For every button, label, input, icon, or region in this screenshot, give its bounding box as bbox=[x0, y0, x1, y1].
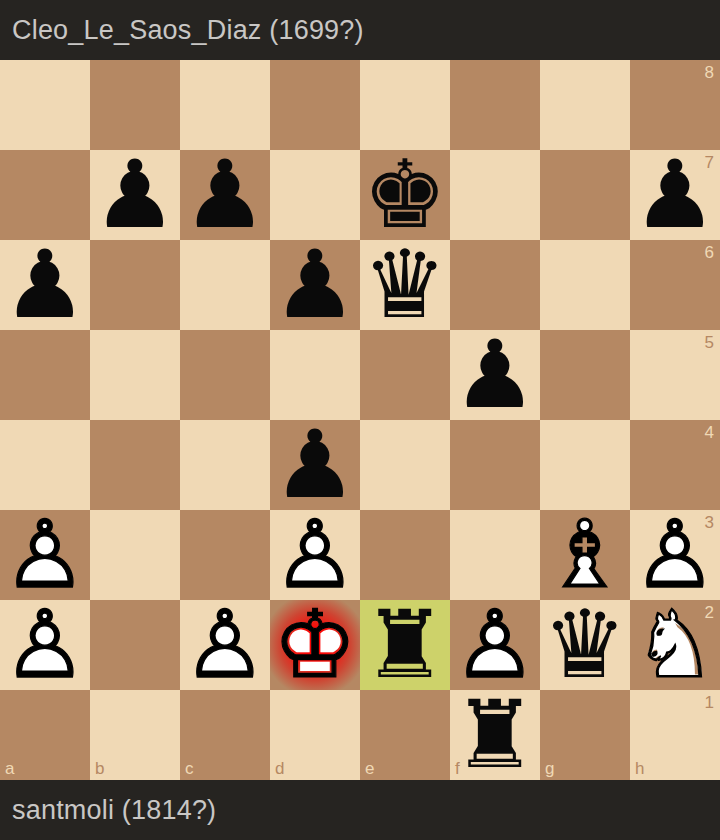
black-rook[interactable]: ♜ bbox=[450, 690, 540, 780]
white-piece-outline: ♔ bbox=[270, 600, 360, 690]
black-piece-glyph: ♟ bbox=[270, 420, 360, 510]
black-piece-glyph: ♛ bbox=[360, 240, 450, 330]
square-f7[interactable] bbox=[450, 150, 540, 240]
rank-label-6: 6 bbox=[705, 244, 714, 261]
black-rook[interactable]: ♜ bbox=[360, 600, 450, 690]
white-piece-fill: ♝ bbox=[540, 510, 630, 600]
square-h6[interactable]: 6 bbox=[630, 240, 720, 330]
top-player-bar: Cleo_Le_Saos_Diaz (1699?) bbox=[0, 0, 720, 60]
square-c5[interactable] bbox=[180, 330, 270, 420]
black-piece-glyph: ♟ bbox=[450, 330, 540, 420]
file-label-e: e bbox=[365, 760, 374, 777]
square-h2[interactable]: 2♞♘ bbox=[630, 600, 720, 690]
white-pawn[interactable]: ♟♙ bbox=[630, 510, 720, 600]
square-g5[interactable] bbox=[540, 330, 630, 420]
square-d1[interactable]: d bbox=[270, 690, 360, 780]
square-a3[interactable]: ♟♙ bbox=[0, 510, 90, 600]
square-d6[interactable]: ♟ bbox=[270, 240, 360, 330]
file-label-g: g bbox=[545, 760, 554, 777]
square-h4[interactable]: 4 bbox=[630, 420, 720, 510]
square-g7[interactable] bbox=[540, 150, 630, 240]
square-e7[interactable]: ♚ bbox=[360, 150, 450, 240]
file-label-b: b bbox=[95, 760, 104, 777]
white-pawn[interactable]: ♟♙ bbox=[0, 600, 90, 690]
square-b7[interactable]: ♟ bbox=[90, 150, 180, 240]
black-pawn[interactable]: ♟ bbox=[90, 150, 180, 240]
black-piece-glyph: ♟ bbox=[630, 150, 720, 240]
white-piece-fill: ♟ bbox=[0, 510, 90, 600]
black-queen[interactable]: ♛ bbox=[540, 600, 630, 690]
black-king[interactable]: ♚ bbox=[360, 150, 450, 240]
white-piece-outline: ♙ bbox=[180, 600, 270, 690]
square-h3[interactable]: 3♟♙ bbox=[630, 510, 720, 600]
white-piece-fill: ♚ bbox=[270, 600, 360, 690]
top-player-name: Cleo_Le_Saos_Diaz (1699?) bbox=[12, 15, 364, 46]
white-piece-outline: ♗ bbox=[540, 510, 630, 600]
black-queen[interactable]: ♛ bbox=[360, 240, 450, 330]
square-g2[interactable]: ♛ bbox=[540, 600, 630, 690]
square-f8[interactable] bbox=[450, 60, 540, 150]
square-c7[interactable]: ♟ bbox=[180, 150, 270, 240]
square-g3[interactable]: ♝♗ bbox=[540, 510, 630, 600]
file-label-h: h bbox=[635, 760, 644, 777]
square-h8[interactable]: 8 bbox=[630, 60, 720, 150]
square-d2[interactable]: ♚♔ bbox=[270, 600, 360, 690]
square-a6[interactable]: ♟ bbox=[0, 240, 90, 330]
black-piece-glyph: ♟ bbox=[0, 240, 90, 330]
square-f1[interactable]: f♜ bbox=[450, 690, 540, 780]
white-king[interactable]: ♚♔ bbox=[270, 600, 360, 690]
white-piece-fill: ♟ bbox=[270, 510, 360, 600]
square-e1[interactable]: e bbox=[360, 690, 450, 780]
square-c4[interactable] bbox=[180, 420, 270, 510]
square-d7[interactable] bbox=[270, 150, 360, 240]
square-a7[interactable] bbox=[0, 150, 90, 240]
square-a1[interactable]: a bbox=[0, 690, 90, 780]
square-g1[interactable]: g bbox=[540, 690, 630, 780]
square-a8[interactable] bbox=[0, 60, 90, 150]
black-piece-glyph: ♜ bbox=[360, 600, 450, 690]
black-piece-glyph: ♚ bbox=[360, 150, 450, 240]
square-h1[interactable]: h1 bbox=[630, 690, 720, 780]
black-pawn[interactable]: ♟ bbox=[630, 150, 720, 240]
square-g8[interactable] bbox=[540, 60, 630, 150]
white-knight[interactable]: ♞♘ bbox=[630, 600, 720, 690]
black-pawn[interactable]: ♟ bbox=[450, 330, 540, 420]
file-label-d: d bbox=[275, 760, 284, 777]
bottom-player-name: santmoli (1814?) bbox=[12, 795, 216, 826]
square-d4[interactable]: ♟ bbox=[270, 420, 360, 510]
square-b6[interactable] bbox=[90, 240, 180, 330]
square-g4[interactable] bbox=[540, 420, 630, 510]
square-a5[interactable] bbox=[0, 330, 90, 420]
white-piece-fill: ♟ bbox=[180, 600, 270, 690]
square-b4[interactable] bbox=[90, 420, 180, 510]
rank-label-5: 5 bbox=[705, 334, 714, 351]
white-piece-outline: ♙ bbox=[630, 510, 720, 600]
white-piece-outline: ♙ bbox=[450, 600, 540, 690]
square-e2[interactable]: ♜ bbox=[360, 600, 450, 690]
white-pawn[interactable]: ♟♙ bbox=[450, 600, 540, 690]
square-d8[interactable] bbox=[270, 60, 360, 150]
square-a4[interactable] bbox=[0, 420, 90, 510]
square-c2[interactable]: ♟♙ bbox=[180, 600, 270, 690]
square-c8[interactable] bbox=[180, 60, 270, 150]
square-c3[interactable] bbox=[180, 510, 270, 600]
white-piece-fill: ♟ bbox=[630, 510, 720, 600]
square-b8[interactable] bbox=[90, 60, 180, 150]
square-c6[interactable] bbox=[180, 240, 270, 330]
square-e6[interactable]: ♛ bbox=[360, 240, 450, 330]
square-e8[interactable] bbox=[360, 60, 450, 150]
square-d3[interactable]: ♟♙ bbox=[270, 510, 360, 600]
white-pawn[interactable]: ♟♙ bbox=[270, 510, 360, 600]
white-piece-fill: ♟ bbox=[450, 600, 540, 690]
square-g6[interactable] bbox=[540, 240, 630, 330]
rank-label-1: 1 bbox=[705, 694, 714, 711]
square-f3[interactable] bbox=[450, 510, 540, 600]
square-d5[interactable] bbox=[270, 330, 360, 420]
square-a2[interactable]: ♟♙ bbox=[0, 600, 90, 690]
square-h5[interactable]: 5 bbox=[630, 330, 720, 420]
square-f2[interactable]: ♟♙ bbox=[450, 600, 540, 690]
white-piece-outline: ♘ bbox=[630, 600, 720, 690]
white-pawn[interactable]: ♟♙ bbox=[180, 600, 270, 690]
bottom-player-bar: santmoli (1814?) bbox=[0, 780, 720, 840]
white-bishop[interactable]: ♝♗ bbox=[540, 510, 630, 600]
square-b1[interactable]: b bbox=[90, 690, 180, 780]
rank-label-8: 8 bbox=[705, 64, 714, 81]
white-piece-outline: ♙ bbox=[0, 510, 90, 600]
black-piece-glyph: ♟ bbox=[270, 240, 360, 330]
white-piece-outline: ♙ bbox=[0, 600, 90, 690]
white-piece-outline: ♙ bbox=[270, 510, 360, 600]
white-piece-fill: ♞ bbox=[630, 600, 720, 690]
square-e4[interactable] bbox=[360, 420, 450, 510]
black-piece-glyph: ♟ bbox=[180, 150, 270, 240]
square-f4[interactable] bbox=[450, 420, 540, 510]
square-b5[interactable] bbox=[90, 330, 180, 420]
square-b2[interactable] bbox=[90, 600, 180, 690]
square-h7[interactable]: 7♟ bbox=[630, 150, 720, 240]
black-pawn[interactable]: ♟ bbox=[180, 150, 270, 240]
chess-game-screen: Cleo_Le_Saos_Diaz (1699?) 8♟♟♚7♟♟♟♛6♟5♟4… bbox=[0, 0, 720, 840]
black-pawn[interactable]: ♟ bbox=[270, 420, 360, 510]
file-label-a: a bbox=[5, 760, 14, 777]
square-c1[interactable]: c bbox=[180, 690, 270, 780]
black-piece-glyph: ♟ bbox=[90, 150, 180, 240]
square-f5[interactable]: ♟ bbox=[450, 330, 540, 420]
rank-label-4: 4 bbox=[705, 424, 714, 441]
white-pawn[interactable]: ♟♙ bbox=[0, 510, 90, 600]
black-pawn[interactable]: ♟ bbox=[270, 240, 360, 330]
black-piece-glyph: ♛ bbox=[540, 600, 630, 690]
chess-board[interactable]: 8♟♟♚7♟♟♟♛6♟5♟4♟♙♟♙♝♗3♟♙♟♙♟♙♚♔♜♟♙♛2♞♘abcd… bbox=[0, 60, 720, 780]
black-piece-glyph: ♜ bbox=[450, 690, 540, 780]
white-piece-fill: ♟ bbox=[0, 600, 90, 690]
square-b3[interactable] bbox=[90, 510, 180, 600]
square-e3[interactable] bbox=[360, 510, 450, 600]
square-e5[interactable] bbox=[360, 330, 450, 420]
square-f6[interactable] bbox=[450, 240, 540, 330]
black-pawn[interactable]: ♟ bbox=[0, 240, 90, 330]
file-label-c: c bbox=[185, 760, 194, 777]
